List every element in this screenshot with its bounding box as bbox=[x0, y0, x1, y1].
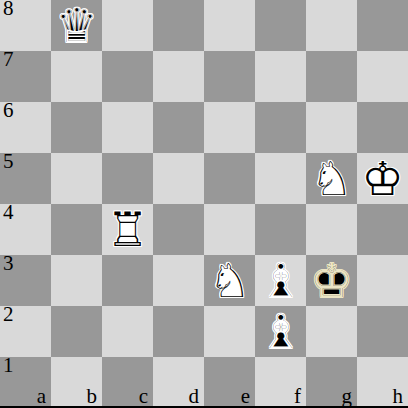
square-g8[interactable] bbox=[306, 0, 357, 51]
square-g6[interactable] bbox=[306, 102, 357, 153]
square-c4[interactable]: ♜♖ bbox=[102, 204, 153, 255]
rook-glyph-fill: ♜ bbox=[102, 204, 153, 255]
rook-glyph-outline: ♖ bbox=[102, 204, 153, 255]
king-glyph-outline: ♔ bbox=[357, 153, 408, 204]
square-f6[interactable] bbox=[255, 102, 306, 153]
knight-glyph-outline: ♘ bbox=[306, 153, 357, 204]
square-b5[interactable] bbox=[51, 153, 102, 204]
queen-glyph-outline: ♕ bbox=[51, 0, 102, 51]
square-d3[interactable] bbox=[153, 255, 204, 306]
square-h1[interactable]: h bbox=[357, 357, 408, 408]
square-a5[interactable]: 5 bbox=[0, 153, 51, 204]
square-g4[interactable] bbox=[306, 204, 357, 255]
square-e7[interactable] bbox=[204, 51, 255, 102]
bishop-glyph-outline: ♗ bbox=[255, 255, 306, 306]
square-c8[interactable] bbox=[102, 0, 153, 51]
rank-label-8: 8 bbox=[3, 0, 14, 20]
square-d6[interactable] bbox=[153, 102, 204, 153]
square-f8[interactable] bbox=[255, 0, 306, 51]
square-b6[interactable] bbox=[51, 102, 102, 153]
square-d1[interactable]: d bbox=[153, 357, 204, 408]
black-bishop[interactable]: ♝♗ bbox=[255, 255, 306, 306]
bishop-glyph-fill: ♝ bbox=[255, 255, 306, 306]
square-f1[interactable]: f bbox=[255, 357, 306, 408]
square-b7[interactable] bbox=[51, 51, 102, 102]
square-c7[interactable] bbox=[102, 51, 153, 102]
square-a4[interactable]: 4 bbox=[0, 204, 51, 255]
square-f5[interactable] bbox=[255, 153, 306, 204]
square-e2[interactable] bbox=[204, 306, 255, 357]
knight-glyph-fill: ♞ bbox=[306, 153, 357, 204]
square-h2[interactable] bbox=[357, 306, 408, 357]
square-g2[interactable] bbox=[306, 306, 357, 357]
rank-label-6: 6 bbox=[3, 99, 14, 122]
black-king[interactable]: ♚♔ bbox=[306, 255, 357, 306]
knight-glyph-outline: ♘ bbox=[204, 255, 255, 306]
square-h7[interactable] bbox=[357, 51, 408, 102]
square-a6[interactable]: 6 bbox=[0, 102, 51, 153]
square-h3[interactable] bbox=[357, 255, 408, 306]
rank-label-7: 7 bbox=[3, 48, 14, 71]
square-a1[interactable]: 1a bbox=[0, 357, 51, 408]
black-queen[interactable]: ♛♕ bbox=[51, 0, 102, 51]
king-glyph-fill: ♚ bbox=[357, 153, 408, 204]
square-d2[interactable] bbox=[153, 306, 204, 357]
white-king[interactable]: ♚♔ bbox=[357, 153, 408, 204]
knight-glyph-fill: ♞ bbox=[204, 255, 255, 306]
file-label-h: h bbox=[393, 386, 404, 407]
queen-glyph-fill: ♛ bbox=[51, 0, 102, 51]
file-label-f: f bbox=[294, 386, 301, 407]
square-a2[interactable]: 2 bbox=[0, 306, 51, 357]
square-g7[interactable] bbox=[306, 51, 357, 102]
rank-label-5: 5 bbox=[3, 150, 14, 173]
square-a8[interactable]: 8 bbox=[0, 0, 51, 51]
file-label-c: c bbox=[139, 386, 148, 407]
square-g3[interactable]: ♚♔ bbox=[306, 255, 357, 306]
square-f7[interactable] bbox=[255, 51, 306, 102]
square-d8[interactable] bbox=[153, 0, 204, 51]
bishop-glyph-fill: ♝ bbox=[255, 306, 306, 357]
rank-label-4: 4 bbox=[3, 201, 14, 224]
file-label-d: d bbox=[189, 386, 200, 407]
square-c5[interactable] bbox=[102, 153, 153, 204]
square-g1[interactable]: g bbox=[306, 357, 357, 408]
square-e3[interactable]: ♞♘ bbox=[204, 255, 255, 306]
square-f4[interactable] bbox=[255, 204, 306, 255]
square-g5[interactable]: ♞♘ bbox=[306, 153, 357, 204]
white-knight[interactable]: ♞♘ bbox=[306, 153, 357, 204]
bishop-glyph-outline: ♗ bbox=[255, 306, 306, 357]
square-b4[interactable] bbox=[51, 204, 102, 255]
square-h8[interactable] bbox=[357, 0, 408, 51]
square-d4[interactable] bbox=[153, 204, 204, 255]
rank-label-1: 1 bbox=[3, 354, 14, 377]
square-e1[interactable]: e bbox=[204, 357, 255, 408]
square-d7[interactable] bbox=[153, 51, 204, 102]
square-a3[interactable]: 3 bbox=[0, 255, 51, 306]
square-c6[interactable] bbox=[102, 102, 153, 153]
square-f2[interactable]: ♝♗ bbox=[255, 306, 306, 357]
rank-label-2: 2 bbox=[3, 303, 14, 326]
rank-label-3: 3 bbox=[3, 252, 14, 275]
square-h4[interactable] bbox=[357, 204, 408, 255]
king-glyph-outline: ♔ bbox=[306, 255, 357, 306]
square-c3[interactable] bbox=[102, 255, 153, 306]
square-d5[interactable] bbox=[153, 153, 204, 204]
square-b8[interactable]: ♛♕ bbox=[51, 0, 102, 51]
square-b2[interactable] bbox=[51, 306, 102, 357]
square-h5[interactable]: ♚♔ bbox=[357, 153, 408, 204]
king-glyph-fill: ♚ bbox=[306, 255, 357, 306]
square-b1[interactable]: b bbox=[51, 357, 102, 408]
file-label-e: e bbox=[241, 386, 250, 407]
white-knight[interactable]: ♞♘ bbox=[204, 255, 255, 306]
square-e8[interactable] bbox=[204, 0, 255, 51]
chess-board-window: 8♛♕765♞♘♚♔4♜♖3♞♘♝♗♚♔2♝♗1abcdefgh bbox=[0, 0, 408, 408]
square-c1[interactable]: c bbox=[102, 357, 153, 408]
square-e4[interactable] bbox=[204, 204, 255, 255]
black-bishop[interactable]: ♝♗ bbox=[255, 306, 306, 357]
square-e5[interactable] bbox=[204, 153, 255, 204]
chess-board: 8♛♕765♞♘♚♔4♜♖3♞♘♝♗♚♔2♝♗1abcdefgh bbox=[0, 0, 408, 408]
square-e6[interactable] bbox=[204, 102, 255, 153]
square-b3[interactable] bbox=[51, 255, 102, 306]
square-h6[interactable] bbox=[357, 102, 408, 153]
file-label-b: b bbox=[87, 386, 98, 407]
white-rook[interactable]: ♜♖ bbox=[102, 204, 153, 255]
file-label-g: g bbox=[342, 386, 353, 407]
file-label-a: a bbox=[37, 386, 46, 407]
square-f3[interactable]: ♝♗ bbox=[255, 255, 306, 306]
square-a7[interactable]: 7 bbox=[0, 51, 51, 102]
square-c2[interactable] bbox=[102, 306, 153, 357]
